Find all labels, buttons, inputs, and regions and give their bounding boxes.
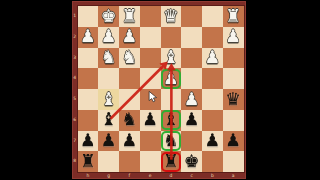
square-g6[interactable]: ♝ [98, 110, 119, 131]
square-b1[interactable] [202, 6, 223, 27]
board-grid: ♚♜♛♜♟♟♟♟♞♞♝♟♟♝♟♛♝♞♟♝♟♟♟♟♞♟♟♜♜♚ [78, 6, 244, 172]
square-f3[interactable]: ♞ [119, 48, 140, 69]
square-g2[interactable]: ♟ [98, 27, 119, 48]
rank-label-5: 5 [72, 89, 78, 110]
square-d7[interactable]: ♞ [161, 131, 182, 152]
square-a1[interactable]: ♜ [223, 6, 244, 27]
piece-white-pawn-b3: ♟ [202, 48, 223, 69]
piece-black-pawn-e6: ♟ [140, 110, 161, 131]
rank-label-4: 4 [72, 68, 78, 89]
square-d5[interactable] [161, 89, 182, 110]
square-e5[interactable] [140, 89, 161, 110]
square-d8[interactable]: ♜ [161, 151, 182, 172]
piece-black-bishop-d6: ♝ [161, 110, 182, 131]
piece-white-pawn-c5: ♟ [181, 89, 202, 110]
square-c3[interactable] [181, 48, 202, 69]
piece-black-rook-h8: ♜ [78, 151, 99, 172]
piece-black-pawn-f7: ♟ [119, 131, 140, 152]
piece-white-rook-f1: ♜ [119, 6, 140, 27]
piece-black-knight-f6: ♞ [119, 110, 140, 131]
file-label-e: e [140, 173, 161, 180]
piece-white-pawn-d4: ♟ [161, 68, 182, 89]
file-label-g: g [98, 173, 119, 180]
square-f6[interactable]: ♞ [119, 110, 140, 131]
square-g5[interactable]: ♝ [98, 89, 119, 110]
square-a6[interactable] [223, 110, 244, 131]
piece-white-pawn-f2: ♟ [119, 27, 140, 48]
piece-black-bishop-g6: ♝ [98, 110, 119, 131]
square-h6[interactable] [78, 110, 99, 131]
square-d3[interactable]: ♝ [161, 48, 182, 69]
square-f4[interactable] [119, 68, 140, 89]
piece-white-bishop-g5: ♝ [98, 89, 119, 110]
piece-black-pawn-c6: ♟ [181, 110, 202, 131]
square-f8[interactable] [119, 151, 140, 172]
square-a7[interactable]: ♟ [223, 131, 244, 152]
square-e1[interactable] [140, 6, 161, 27]
square-b4[interactable] [202, 68, 223, 89]
square-b5[interactable] [202, 89, 223, 110]
square-c2[interactable] [181, 27, 202, 48]
square-g4[interactable] [98, 68, 119, 89]
file-label-f: f [119, 173, 140, 180]
square-h1[interactable] [78, 6, 99, 27]
square-d6[interactable]: ♝ [161, 110, 182, 131]
square-h4[interactable] [78, 68, 99, 89]
piece-white-bishop-d3: ♝ [161, 48, 182, 69]
video-frame: ♚♜♛♜♟♟♟♟♞♞♝♟♟♝♟♛♝♞♟♝♟♟♟♟♞♟♟♜♜♚ 12345678h… [0, 0, 320, 180]
square-b6[interactable] [202, 110, 223, 131]
square-h3[interactable] [78, 48, 99, 69]
square-e6[interactable]: ♟ [140, 110, 161, 131]
piece-black-pawn-a7: ♟ [223, 131, 244, 152]
square-f1[interactable]: ♜ [119, 6, 140, 27]
square-c8[interactable]: ♚ [181, 151, 202, 172]
square-h7[interactable]: ♟ [78, 131, 99, 152]
piece-black-pawn-g7: ♟ [98, 131, 119, 152]
square-b3[interactable]: ♟ [202, 48, 223, 69]
square-e3[interactable] [140, 48, 161, 69]
chessboard: ♚♜♛♜♟♟♟♟♞♞♝♟♟♝♟♛♝♞♟♝♟♟♟♟♞♟♟♜♜♚ 12345678h… [72, 1, 246, 179]
piece-black-pawn-b7: ♟ [202, 131, 223, 152]
piece-black-knight-d7: ♞ [161, 131, 182, 152]
square-d4[interactable]: ♟ [161, 68, 182, 89]
square-a4[interactable] [223, 68, 244, 89]
square-d1[interactable]: ♛ [161, 6, 182, 27]
square-g8[interactable] [98, 151, 119, 172]
piece-black-king-c8: ♚ [181, 151, 202, 172]
square-f2[interactable]: ♟ [119, 27, 140, 48]
square-c6[interactable]: ♟ [181, 110, 202, 131]
square-h5[interactable] [78, 89, 99, 110]
square-g7[interactable]: ♟ [98, 131, 119, 152]
square-a5[interactable]: ♛ [223, 89, 244, 110]
square-c4[interactable] [181, 68, 202, 89]
square-a8[interactable] [223, 151, 244, 172]
square-g1[interactable]: ♚ [98, 6, 119, 27]
piece-white-king-g1: ♚ [98, 6, 119, 27]
file-label-b: b [202, 173, 223, 180]
piece-white-pawn-a2: ♟ [223, 27, 244, 48]
square-c5[interactable]: ♟ [181, 89, 202, 110]
piece-white-rook-a1: ♜ [223, 6, 244, 27]
square-c1[interactable] [181, 6, 202, 27]
square-e2[interactable] [140, 27, 161, 48]
piece-white-knight-g3: ♞ [98, 48, 119, 69]
rank-label-1: 1 [72, 6, 78, 27]
square-g3[interactable]: ♞ [98, 48, 119, 69]
piece-white-pawn-h2: ♟ [78, 27, 99, 48]
square-b8[interactable] [202, 151, 223, 172]
square-e4[interactable] [140, 68, 161, 89]
square-e8[interactable] [140, 151, 161, 172]
square-a3[interactable] [223, 48, 244, 69]
piece-white-queen-d1: ♛ [161, 6, 182, 27]
square-b2[interactable] [202, 27, 223, 48]
square-c7[interactable] [181, 131, 202, 152]
piece-white-pawn-g2: ♟ [98, 27, 119, 48]
piece-black-pawn-h7: ♟ [78, 131, 99, 152]
file-label-d: d [161, 173, 182, 180]
square-h2[interactable]: ♟ [78, 27, 99, 48]
rank-label-3: 3 [72, 48, 78, 69]
file-label-c: c [181, 173, 202, 180]
piece-black-queen-a5: ♛ [223, 89, 244, 110]
square-b7[interactable]: ♟ [202, 131, 223, 152]
square-f7[interactable]: ♟ [119, 131, 140, 152]
square-a2[interactable]: ♟ [223, 27, 244, 48]
square-h8[interactable]: ♜ [78, 151, 99, 172]
piece-black-rook-d8: ♜ [161, 151, 182, 172]
square-d2[interactable] [161, 27, 182, 48]
rank-label-6: 6 [72, 110, 78, 131]
file-label-h: h [78, 173, 99, 180]
square-e7[interactable] [140, 131, 161, 152]
file-label-a: a [223, 173, 244, 180]
piece-white-knight-f3: ♞ [119, 48, 140, 69]
square-f5[interactable] [119, 89, 140, 110]
